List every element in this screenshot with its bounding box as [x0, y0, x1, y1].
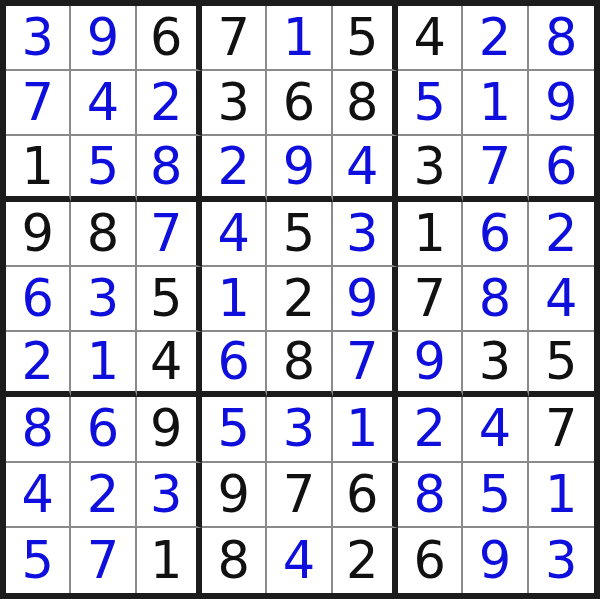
cell-r4c4[interactable]: 4 — [202, 202, 267, 267]
cell-r7c3[interactable]: 9 — [137, 397, 202, 462]
cell-r2c7[interactable]: 5 — [398, 71, 463, 136]
cell-r1c4[interactable]: 7 — [202, 6, 267, 71]
cell-r9c4[interactable]: 8 — [202, 528, 267, 593]
cell-r9c3[interactable]: 1 — [137, 528, 202, 593]
cell-r3c2[interactable]: 5 — [71, 136, 136, 201]
cell-r8c9[interactable]: 1 — [529, 463, 594, 528]
cell-r5c3[interactable]: 5 — [137, 267, 202, 332]
cell-r5c6[interactable]: 9 — [333, 267, 398, 332]
cell-r9c7[interactable]: 6 — [398, 528, 463, 593]
cell-r5c4[interactable]: 1 — [202, 267, 267, 332]
cell-r5c9[interactable]: 4 — [529, 267, 594, 332]
cell-r3c7[interactable]: 3 — [398, 136, 463, 201]
cell-r3c9[interactable]: 6 — [529, 136, 594, 201]
cell-r1c1[interactable]: 3 — [6, 6, 71, 71]
cell-r4c1[interactable]: 9 — [6, 202, 71, 267]
cell-r9c9[interactable]: 3 — [529, 528, 594, 593]
cell-r7c2[interactable]: 6 — [71, 397, 136, 462]
cell-r9c2[interactable]: 7 — [71, 528, 136, 593]
cell-r3c6[interactable]: 4 — [333, 136, 398, 201]
cell-r2c1[interactable]: 7 — [6, 71, 71, 136]
cell-r7c7[interactable]: 2 — [398, 397, 463, 462]
cell-r7c1[interactable]: 8 — [6, 397, 71, 462]
cell-r6c7[interactable]: 9 — [398, 332, 463, 397]
cell-r9c5[interactable]: 4 — [267, 528, 332, 593]
cell-r4c6[interactable]: 3 — [333, 202, 398, 267]
cell-r2c8[interactable]: 1 — [463, 71, 528, 136]
sudoku-board: 3967154287423685191582943769874531626351… — [0, 0, 600, 599]
cell-r2c9[interactable]: 9 — [529, 71, 594, 136]
cell-r1c2[interactable]: 9 — [71, 6, 136, 71]
cell-r4c5[interactable]: 5 — [267, 202, 332, 267]
cell-r7c8[interactable]: 4 — [463, 397, 528, 462]
cell-r8c1[interactable]: 4 — [6, 463, 71, 528]
cell-r1c5[interactable]: 1 — [267, 6, 332, 71]
cell-r5c1[interactable]: 6 — [6, 267, 71, 332]
cell-r4c3[interactable]: 7 — [137, 202, 202, 267]
cell-r8c5[interactable]: 7 — [267, 463, 332, 528]
cell-r8c4[interactable]: 9 — [202, 463, 267, 528]
cell-r8c8[interactable]: 5 — [463, 463, 528, 528]
cell-r9c8[interactable]: 9 — [463, 528, 528, 593]
cell-r4c2[interactable]: 8 — [71, 202, 136, 267]
cell-r2c2[interactable]: 4 — [71, 71, 136, 136]
cell-r3c1[interactable]: 1 — [6, 136, 71, 201]
cell-r5c5[interactable]: 2 — [267, 267, 332, 332]
cell-r5c8[interactable]: 8 — [463, 267, 528, 332]
cell-r3c8[interactable]: 7 — [463, 136, 528, 201]
cell-r1c7[interactable]: 4 — [398, 6, 463, 71]
cell-r7c9[interactable]: 7 — [529, 397, 594, 462]
cell-r6c9[interactable]: 5 — [529, 332, 594, 397]
cell-r7c4[interactable]: 5 — [202, 397, 267, 462]
cell-r5c7[interactable]: 7 — [398, 267, 463, 332]
cell-r3c3[interactable]: 8 — [137, 136, 202, 201]
cell-r6c1[interactable]: 2 — [6, 332, 71, 397]
cell-r7c5[interactable]: 3 — [267, 397, 332, 462]
cell-r6c2[interactable]: 1 — [71, 332, 136, 397]
cell-r7c6[interactable]: 1 — [333, 397, 398, 462]
cell-r9c6[interactable]: 2 — [333, 528, 398, 593]
cell-r8c6[interactable]: 6 — [333, 463, 398, 528]
cell-r1c3[interactable]: 6 — [137, 6, 202, 71]
cell-r1c6[interactable]: 5 — [333, 6, 398, 71]
cell-r6c3[interactable]: 4 — [137, 332, 202, 397]
cell-r9c1[interactable]: 5 — [6, 528, 71, 593]
cell-r8c2[interactable]: 2 — [71, 463, 136, 528]
cell-r2c5[interactable]: 6 — [267, 71, 332, 136]
cell-r1c9[interactable]: 8 — [529, 6, 594, 71]
cell-r3c5[interactable]: 9 — [267, 136, 332, 201]
cell-r8c7[interactable]: 8 — [398, 463, 463, 528]
cell-r2c3[interactable]: 2 — [137, 71, 202, 136]
cell-r3c4[interactable]: 2 — [202, 136, 267, 201]
cell-r2c6[interactable]: 8 — [333, 71, 398, 136]
cell-r4c9[interactable]: 2 — [529, 202, 594, 267]
cell-r6c4[interactable]: 6 — [202, 332, 267, 397]
cell-r4c8[interactable]: 6 — [463, 202, 528, 267]
cell-r4c7[interactable]: 1 — [398, 202, 463, 267]
cell-r6c5[interactable]: 8 — [267, 332, 332, 397]
cell-r2c4[interactable]: 3 — [202, 71, 267, 136]
cell-r8c3[interactable]: 3 — [137, 463, 202, 528]
cell-r1c8[interactable]: 2 — [463, 6, 528, 71]
cell-r5c2[interactable]: 3 — [71, 267, 136, 332]
cell-r6c8[interactable]: 3 — [463, 332, 528, 397]
cell-r6c6[interactable]: 7 — [333, 332, 398, 397]
